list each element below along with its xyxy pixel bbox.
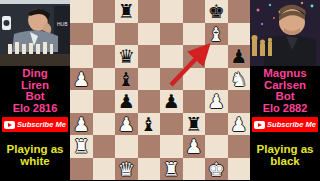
square-d8[interactable] [138, 0, 161, 23]
black-rook[interactable]: ♜ [183, 113, 206, 136]
square-d6[interactable] [138, 45, 161, 68]
youtube-play-icon [254, 121, 265, 129]
chess-board[interactable]: ♜♚♝♛♟♟♝♞♟♟♟♟♟♝♜♟♜♟♛♜♚ [70, 0, 250, 180]
square-d2[interactable] [138, 135, 161, 158]
square-f5[interactable] [183, 68, 206, 91]
left-player-panel: HUB Ding [0, 0, 70, 180]
square-e6[interactable] [160, 45, 183, 68]
square-f4[interactable] [183, 90, 206, 113]
white-pawn[interactable]: ♟ [205, 90, 228, 113]
square-b5[interactable] [93, 68, 116, 91]
square-a3[interactable]: ♟ [70, 113, 93, 136]
ding-photo-art: HUB [0, 0, 70, 66]
black-bishop[interactable]: ♝ [138, 113, 161, 136]
white-pawn[interactable]: ♟ [70, 68, 93, 91]
right-player-name: Magnus Carlsen Bot Elo 2882 [263, 66, 308, 114]
square-b4[interactable] [93, 90, 116, 113]
black-pawn[interactable]: ♟ [115, 90, 138, 113]
square-b8[interactable] [93, 0, 116, 23]
square-c1[interactable]: ♛ [115, 158, 138, 181]
white-queen[interactable]: ♛ [115, 158, 138, 181]
black-pawn[interactable]: ♟ [228, 45, 251, 68]
right-player-elo: Elo 2882 [263, 103, 308, 114]
black-queen[interactable]: ♛ [115, 45, 138, 68]
square-h6[interactable]: ♟ [228, 45, 251, 68]
square-e7[interactable] [160, 23, 183, 46]
square-g8[interactable]: ♚ [205, 0, 228, 23]
square-d5[interactable] [138, 68, 161, 91]
white-pawn[interactable]: ♟ [228, 113, 251, 136]
square-e4[interactable]: ♟ [160, 90, 183, 113]
square-h4[interactable] [228, 90, 251, 113]
right-name-line1: Magnus [263, 68, 308, 80]
square-b7[interactable] [93, 23, 116, 46]
square-c2[interactable] [115, 135, 138, 158]
square-a5[interactable]: ♟ [70, 68, 93, 91]
square-c8[interactable]: ♜ [115, 0, 138, 23]
square-h5[interactable]: ♞ [228, 68, 251, 91]
white-bishop[interactable]: ♝ [205, 23, 228, 46]
square-a8[interactable] [70, 0, 93, 23]
left-playing-line2: white [7, 155, 64, 167]
white-rook[interactable]: ♜ [160, 158, 183, 181]
square-g6[interactable] [205, 45, 228, 68]
square-b3[interactable] [93, 113, 116, 136]
left-subscribe-label: Subscribe Me [17, 120, 66, 129]
thumbnail-stage: HUB Ding [0, 0, 320, 180]
black-rook[interactable]: ♜ [115, 0, 138, 23]
right-playing-line2: black [257, 155, 314, 167]
magnus-photo-art [250, 0, 320, 66]
left-name-line1: Ding [13, 68, 58, 80]
square-a2[interactable]: ♜ [70, 135, 93, 158]
left-player-elo: Elo 2816 [13, 103, 58, 114]
right-subscribe-label: Subscribe Me [267, 120, 316, 129]
square-c3[interactable]: ♟ [115, 113, 138, 136]
white-knight[interactable]: ♞ [228, 68, 251, 91]
white-rook[interactable]: ♜ [70, 135, 93, 158]
square-h7[interactable] [228, 23, 251, 46]
square-f6[interactable] [183, 45, 206, 68]
square-c7[interactable] [115, 23, 138, 46]
white-king[interactable]: ♚ [205, 158, 228, 181]
square-b6[interactable] [93, 45, 116, 68]
ding-liren-photo: HUB [0, 0, 70, 66]
right-subscribe-button[interactable]: Subscribe Me [252, 117, 318, 132]
square-a7[interactable] [70, 23, 93, 46]
square-g1[interactable]: ♚ [205, 158, 228, 181]
left-player-name: Ding Liren Bot Elo 2816 [13, 66, 58, 114]
left-subscribe-button[interactable]: Subscribe Me [2, 117, 68, 132]
square-b1[interactable] [93, 158, 116, 181]
square-d1[interactable] [138, 158, 161, 181]
youtube-play-icon [4, 121, 15, 129]
square-e2[interactable] [160, 135, 183, 158]
black-bishop[interactable]: ♝ [115, 68, 138, 91]
square-f2[interactable]: ♟ [183, 135, 206, 158]
square-a4[interactable] [70, 90, 93, 113]
white-pawn[interactable]: ♟ [115, 113, 138, 136]
square-f3[interactable]: ♜ [183, 113, 206, 136]
square-a1[interactable] [70, 158, 93, 181]
white-pawn[interactable]: ♟ [70, 113, 93, 136]
square-e1[interactable]: ♜ [160, 158, 183, 181]
square-h8[interactable] [228, 0, 251, 23]
square-d3[interactable]: ♝ [138, 113, 161, 136]
square-c4[interactable]: ♟ [115, 90, 138, 113]
right-player-panel: Magnus Carlsen Bot Elo 2882 Subscribe Me… [250, 0, 320, 180]
square-e3[interactable] [160, 113, 183, 136]
square-d4[interactable] [138, 90, 161, 113]
square-h2[interactable] [228, 135, 251, 158]
right-playing-line1: Playing as [257, 143, 314, 155]
square-h3[interactable]: ♟ [228, 113, 251, 136]
square-f1[interactable] [183, 158, 206, 181]
square-g3[interactable] [205, 113, 228, 136]
board-area: ♜♚♝♛♟♟♝♞♟♟♟♟♟♝♜♟♜♟♛♜♚ [70, 0, 250, 180]
square-a6[interactable] [70, 45, 93, 68]
right-playing-as: Playing as black [257, 132, 314, 180]
square-f8[interactable] [183, 0, 206, 23]
black-pawn[interactable]: ♟ [160, 90, 183, 113]
square-b2[interactable] [93, 135, 116, 158]
square-e8[interactable] [160, 0, 183, 23]
square-e5[interactable] [160, 68, 183, 91]
left-playing-line1: Playing as [7, 143, 64, 155]
square-g4[interactable]: ♟ [205, 90, 228, 113]
magnus-carlsen-photo [250, 0, 320, 66]
svg-text:HUB: HUB [57, 21, 68, 27]
black-king[interactable]: ♚ [205, 0, 228, 23]
square-h1[interactable] [228, 158, 251, 181]
square-c5[interactable]: ♝ [115, 68, 138, 91]
white-pawn[interactable]: ♟ [183, 135, 206, 158]
square-g2[interactable] [205, 135, 228, 158]
square-g7[interactable]: ♝ [205, 23, 228, 46]
left-playing-as: Playing as white [7, 132, 64, 180]
square-d7[interactable] [138, 23, 161, 46]
square-c6[interactable]: ♛ [115, 45, 138, 68]
square-g5[interactable] [205, 68, 228, 91]
square-f7[interactable] [183, 23, 206, 46]
